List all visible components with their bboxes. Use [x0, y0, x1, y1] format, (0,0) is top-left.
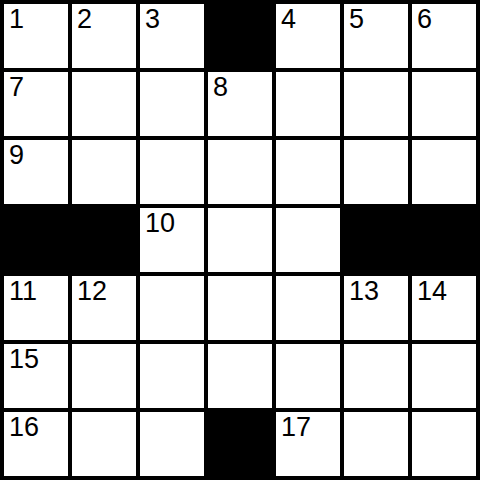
crossword-board: 1234567891011121314151617: [0, 0, 480, 480]
block-cell: [72, 208, 136, 272]
letter-cell[interactable]: [140, 140, 204, 204]
block-cell: [412, 208, 476, 272]
clue-number: 7: [9, 73, 24, 101]
letter-cell[interactable]: [140, 276, 204, 340]
clue-number: 5: [349, 5, 364, 33]
clue-number: 14: [417, 277, 447, 305]
letter-cell[interactable]: [412, 412, 476, 476]
letter-cell[interactable]: 17: [276, 412, 340, 476]
letter-cell[interactable]: [208, 276, 272, 340]
letter-cell[interactable]: [276, 208, 340, 272]
letter-cell[interactable]: [344, 344, 408, 408]
letter-cell[interactable]: 7: [4, 72, 68, 136]
letter-cell[interactable]: [412, 344, 476, 408]
clue-number: 15: [9, 345, 39, 373]
letter-cell[interactable]: [276, 276, 340, 340]
letter-cell[interactable]: [344, 412, 408, 476]
letter-cell[interactable]: 1: [4, 4, 68, 68]
letter-cell[interactable]: 6: [412, 4, 476, 68]
clue-number: 16: [9, 413, 39, 441]
clue-number: 1: [9, 5, 24, 33]
clue-number: 8: [213, 73, 228, 101]
letter-cell[interactable]: [208, 140, 272, 204]
letter-cell[interactable]: 9: [4, 140, 68, 204]
block-cell: [208, 4, 272, 68]
clue-number: 6: [417, 5, 432, 33]
letter-cell[interactable]: 3: [140, 4, 204, 68]
clue-number: 4: [281, 5, 296, 33]
letter-cell[interactable]: 14: [412, 276, 476, 340]
clue-number: 10: [145, 209, 175, 237]
letter-cell[interactable]: 2: [72, 4, 136, 68]
clue-number: 12: [77, 277, 107, 305]
letter-cell[interactable]: 5: [344, 4, 408, 68]
letter-cell[interactable]: [140, 412, 204, 476]
letter-cell[interactable]: [72, 412, 136, 476]
letter-cell[interactable]: [276, 344, 340, 408]
letter-cell[interactable]: [140, 72, 204, 136]
letter-cell[interactable]: 10: [140, 208, 204, 272]
letter-cell[interactable]: 16: [4, 412, 68, 476]
clue-number: 3: [145, 5, 160, 33]
block-cell: [344, 208, 408, 272]
clue-number: 2: [77, 5, 92, 33]
letter-cell[interactable]: [208, 344, 272, 408]
block-cell: [4, 208, 68, 272]
letter-cell[interactable]: [72, 72, 136, 136]
letter-cell[interactable]: 11: [4, 276, 68, 340]
letter-cell[interactable]: [344, 140, 408, 204]
letter-cell[interactable]: [72, 344, 136, 408]
block-cell: [208, 412, 272, 476]
letter-cell[interactable]: [412, 140, 476, 204]
letter-cell[interactable]: 15: [4, 344, 68, 408]
letter-cell[interactable]: 12: [72, 276, 136, 340]
clue-number: 13: [349, 277, 379, 305]
letter-cell[interactable]: [208, 208, 272, 272]
letter-cell[interactable]: [344, 72, 408, 136]
clue-number: 11: [9, 277, 37, 305]
clue-number: 17: [281, 413, 311, 441]
letter-cell[interactable]: 8: [208, 72, 272, 136]
letter-cell[interactable]: [412, 72, 476, 136]
letter-cell[interactable]: 13: [344, 276, 408, 340]
letter-cell[interactable]: [276, 72, 340, 136]
clue-number: 9: [9, 141, 24, 169]
letter-cell[interactable]: [72, 140, 136, 204]
letter-cell[interactable]: [140, 344, 204, 408]
letter-cell[interactable]: 4: [276, 4, 340, 68]
letter-cell[interactable]: [276, 140, 340, 204]
